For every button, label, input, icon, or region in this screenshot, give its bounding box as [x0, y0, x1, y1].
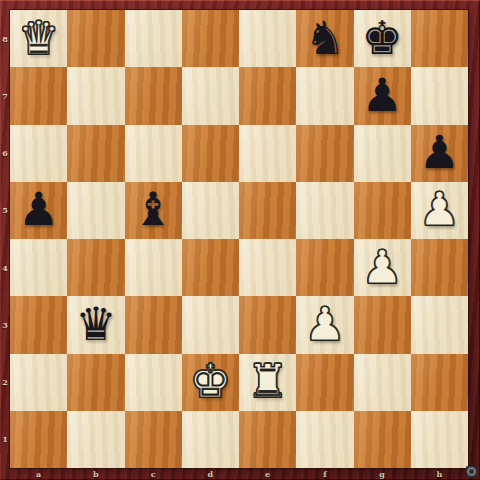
- rank-label-6: 6: [0, 125, 10, 182]
- square-g2[interactable]: [354, 354, 411, 411]
- square-h5[interactable]: ♟: [411, 182, 468, 239]
- square-e2[interactable]: ♜: [239, 354, 296, 411]
- square-b8[interactable]: [67, 10, 124, 67]
- square-d6[interactable]: [182, 125, 239, 182]
- square-b6[interactable]: [67, 125, 124, 182]
- file-label-h: h: [411, 468, 468, 480]
- piece-black-pawn-h6: ♟: [419, 129, 460, 175]
- square-c5[interactable]: ♝: [125, 182, 182, 239]
- square-e6[interactable]: [239, 125, 296, 182]
- square-f4[interactable]: [296, 239, 353, 296]
- piece-black-queen-b3: ♛: [75, 301, 116, 347]
- file-label-f: f: [296, 468, 353, 480]
- rank-labels: 87654321: [0, 10, 10, 468]
- square-a5[interactable]: ♟: [10, 182, 67, 239]
- rank-label-8: 8: [0, 10, 10, 67]
- square-b5[interactable]: [67, 182, 124, 239]
- file-label-b: b: [67, 468, 124, 480]
- piece-black-pawn-g7: ♟: [362, 72, 403, 118]
- square-g7[interactable]: ♟: [354, 67, 411, 124]
- square-a6[interactable]: [10, 125, 67, 182]
- file-label-g: g: [354, 468, 411, 480]
- square-e1[interactable]: [239, 411, 296, 468]
- piece-white-pawn-f3: ♟: [304, 301, 345, 347]
- square-h7[interactable]: [411, 67, 468, 124]
- square-a4[interactable]: [10, 239, 67, 296]
- square-h4[interactable]: [411, 239, 468, 296]
- square-g4[interactable]: ♟: [354, 239, 411, 296]
- square-c7[interactable]: [125, 67, 182, 124]
- piece-white-queen-a8: ♛: [18, 15, 59, 61]
- square-g1[interactable]: [354, 411, 411, 468]
- square-f2[interactable]: [296, 354, 353, 411]
- square-f8[interactable]: ♞: [296, 10, 353, 67]
- square-c8[interactable]: [125, 10, 182, 67]
- square-c3[interactable]: [125, 296, 182, 353]
- square-f5[interactable]: [296, 182, 353, 239]
- square-d3[interactable]: [182, 296, 239, 353]
- piece-black-king-g8: ♚: [362, 15, 403, 61]
- square-h6[interactable]: ♟: [411, 125, 468, 182]
- square-d7[interactable]: [182, 67, 239, 124]
- square-h3[interactable]: [411, 296, 468, 353]
- square-d8[interactable]: [182, 10, 239, 67]
- square-h2[interactable]: [411, 354, 468, 411]
- square-a3[interactable]: [10, 296, 67, 353]
- file-label-c: c: [125, 468, 182, 480]
- square-f7[interactable]: [296, 67, 353, 124]
- square-b4[interactable]: [67, 239, 124, 296]
- chessboard-frame: 87654321 abcdefgh ♛♞♚♟♟♟♝♟♟♛♟♚♜: [0, 0, 480, 480]
- piece-black-bishop-c5: ♝: [133, 186, 174, 232]
- square-g3[interactable]: [354, 296, 411, 353]
- piece-white-rook-e2: ♜: [247, 358, 288, 404]
- file-label-e: e: [239, 468, 296, 480]
- square-e4[interactable]: [239, 239, 296, 296]
- square-d2[interactable]: ♚: [182, 354, 239, 411]
- square-c4[interactable]: [125, 239, 182, 296]
- square-e3[interactable]: [239, 296, 296, 353]
- piece-white-pawn-h5: ♟: [419, 186, 460, 232]
- square-g5[interactable]: [354, 182, 411, 239]
- square-d1[interactable]: [182, 411, 239, 468]
- square-d4[interactable]: [182, 239, 239, 296]
- square-g8[interactable]: ♚: [354, 10, 411, 67]
- rank-label-2: 2: [0, 354, 10, 411]
- corner-logo-icon: [466, 466, 477, 477]
- piece-white-king-d2: ♚: [190, 358, 231, 404]
- square-e8[interactable]: [239, 10, 296, 67]
- square-b7[interactable]: [67, 67, 124, 124]
- square-h1[interactable]: [411, 411, 468, 468]
- square-h8[interactable]: [411, 10, 468, 67]
- square-d5[interactable]: [182, 182, 239, 239]
- square-a8[interactable]: ♛: [10, 10, 67, 67]
- square-f1[interactable]: [296, 411, 353, 468]
- piece-white-pawn-g4: ♟: [362, 244, 403, 290]
- square-b1[interactable]: [67, 411, 124, 468]
- square-a1[interactable]: [10, 411, 67, 468]
- square-b3[interactable]: ♛: [67, 296, 124, 353]
- square-c6[interactable]: [125, 125, 182, 182]
- square-c1[interactable]: [125, 411, 182, 468]
- piece-black-pawn-a5: ♟: [18, 186, 59, 232]
- square-g6[interactable]: [354, 125, 411, 182]
- file-label-d: d: [182, 468, 239, 480]
- square-a2[interactable]: [10, 354, 67, 411]
- file-labels: abcdefgh: [10, 468, 468, 480]
- square-e7[interactable]: [239, 67, 296, 124]
- chess-board[interactable]: ♛♞♚♟♟♟♝♟♟♛♟♚♜: [10, 10, 468, 468]
- square-f3[interactable]: ♟: [296, 296, 353, 353]
- square-e5[interactable]: [239, 182, 296, 239]
- rank-label-1: 1: [0, 411, 10, 468]
- square-f6[interactable]: [296, 125, 353, 182]
- square-c2[interactable]: [125, 354, 182, 411]
- rank-label-4: 4: [0, 239, 10, 296]
- square-b2[interactable]: [67, 354, 124, 411]
- rank-label-5: 5: [0, 182, 10, 239]
- rank-label-3: 3: [0, 296, 10, 353]
- rank-label-7: 7: [0, 67, 10, 124]
- square-a7[interactable]: [10, 67, 67, 124]
- piece-black-knight-f8: ♞: [304, 15, 345, 61]
- file-label-a: a: [10, 468, 67, 480]
